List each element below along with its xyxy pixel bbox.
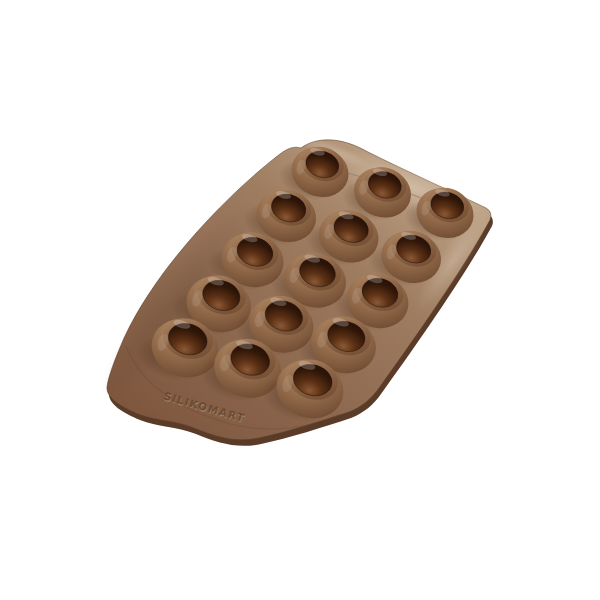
product-photo: SILIKOMART SILIKOMART — [0, 0, 600, 600]
chocolate-mould-illustration: SILIKOMART SILIKOMART — [0, 0, 600, 600]
